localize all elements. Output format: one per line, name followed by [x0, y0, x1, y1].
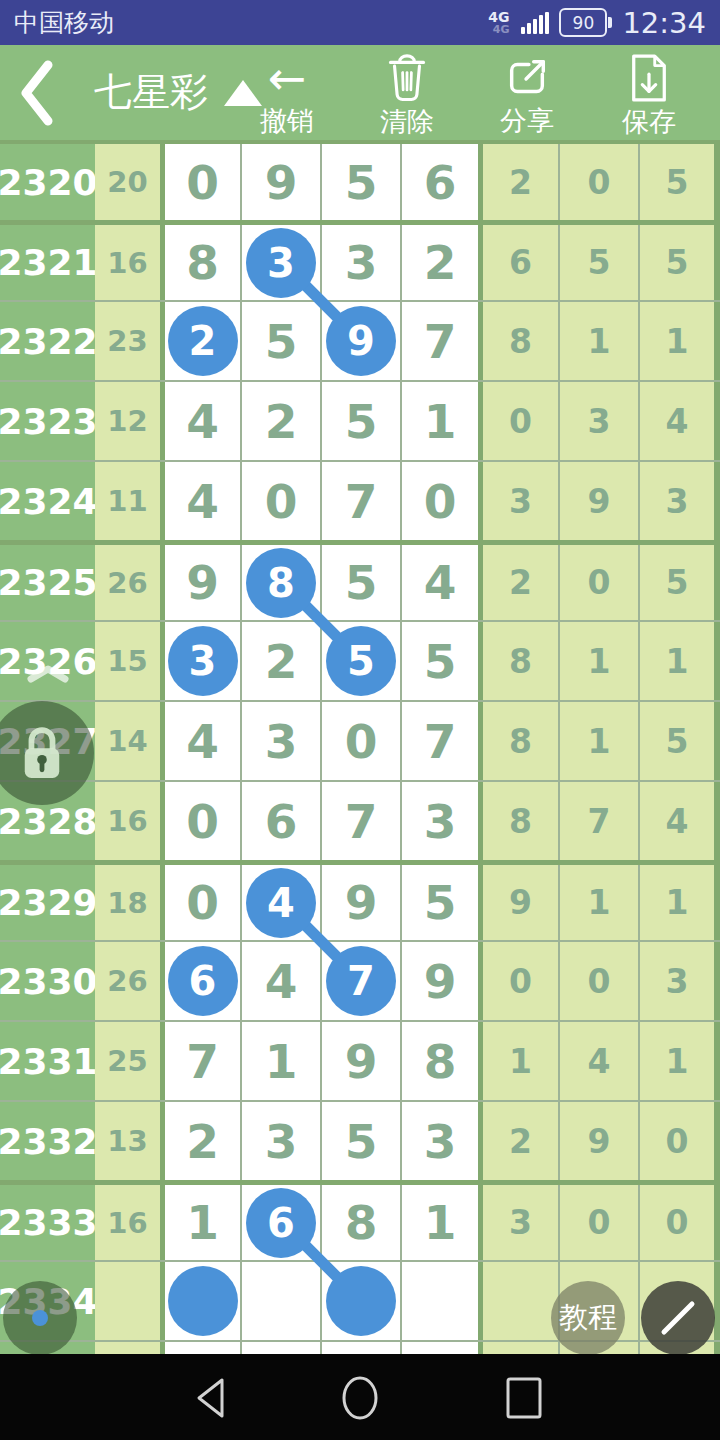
sum-cell: 14: [95, 702, 160, 780]
digit-cell[interactable]: 3: [320, 225, 400, 300]
digit-cell[interactable]: 0: [160, 782, 240, 860]
digit-cell[interactable]: 9: [400, 942, 478, 1020]
digit-cell[interactable]: 5: [320, 1102, 400, 1180]
share-button[interactable]: 分享: [477, 53, 577, 139]
digit-cell[interactable]: 4: [240, 942, 320, 1020]
save-button[interactable]: 保存: [599, 53, 699, 139]
period-cell: 2330: [0, 942, 95, 1020]
sum-cell: 23: [95, 302, 160, 380]
digit-cell[interactable]: 7: [320, 782, 400, 860]
chart-row-2332: 2332132353290: [0, 1100, 720, 1180]
sum-cell: 15: [95, 622, 160, 700]
network-type-label: 4G 4G: [488, 10, 509, 35]
chart-row-2322: 2322232597811: [0, 300, 720, 380]
tail-cell[interactable]: 1: [558, 622, 638, 700]
draw-tool-button[interactable]: [641, 1281, 715, 1355]
nav-recents-button[interactable]: [505, 1376, 543, 1420]
back-button[interactable]: [16, 59, 60, 127]
digit-cell[interactable]: 3: [240, 702, 320, 780]
tail-cell[interactable]: 5: [638, 225, 720, 300]
chart-row-2333: 2333161681300: [0, 1180, 720, 1260]
digit-cell[interactable]: 6: [240, 1185, 320, 1260]
sum-cell: 18: [95, 865, 160, 940]
digit-cell[interactable]: 7: [160, 1022, 240, 1100]
digit-cell[interactable]: 8: [320, 1185, 400, 1260]
tail-cell[interactable]: 0: [478, 382, 558, 460]
undo-icon: ←: [268, 53, 307, 102]
marker-circle[interactable]: 8: [246, 548, 316, 618]
marker-circle[interactable]: 6: [246, 1188, 316, 1258]
digit-cell[interactable]: 2: [240, 382, 320, 460]
tail-cell[interactable]: 3: [478, 1185, 558, 1260]
digit-cell[interactable]: 9: [160, 545, 240, 620]
digit-cell[interactable]: 6: [400, 144, 478, 220]
page-title: 七星彩: [94, 67, 208, 118]
table-rows: 2320200956205232116833265523222325978112…: [0, 140, 720, 1354]
period-cell: 2322: [0, 302, 95, 380]
digit-cell[interactable]: 4: [160, 382, 240, 460]
digit-cell[interactable]: 5: [240, 302, 320, 380]
digit-cell[interactable]: 7: [400, 302, 478, 380]
tail-cell[interactable]: 0: [638, 1185, 720, 1260]
tail-cell[interactable]: 9: [558, 462, 638, 540]
digit-cell[interactable]: 7: [400, 702, 478, 780]
period-cell: 2323: [0, 382, 95, 460]
trend-chart-table: 2320200956205232116833265523222325978112…: [0, 140, 720, 1354]
tail-cell[interactable]: 9: [478, 865, 558, 940]
digit-cell[interactable]: 3: [240, 1102, 320, 1180]
digit-cell[interactable]: [320, 1262, 400, 1340]
digit-cell[interactable]: [400, 1342, 478, 1354]
sum-cell: 16: [95, 1185, 160, 1260]
tail-cell[interactable]: 3: [638, 942, 720, 1020]
tail-cell[interactable]: 1: [638, 622, 720, 700]
tail-cell[interactable]: 2: [478, 144, 558, 220]
chart-row-2325: 2325269854205: [0, 540, 720, 620]
period-cell: 2320: [0, 144, 95, 220]
android-nav-bar: [0, 1354, 720, 1440]
share-icon: [504, 53, 550, 102]
chart-row-2328: 2328160673874: [0, 780, 720, 860]
digit-cell[interactable]: 5: [320, 144, 400, 220]
sum-cell: 13: [95, 1102, 160, 1180]
digit-cell[interactable]: 8: [160, 225, 240, 300]
chart-row-2329: 2329180495911: [0, 860, 720, 940]
clear-button[interactable]: 清除: [357, 53, 457, 139]
digit-cell[interactable]: 9: [320, 865, 400, 940]
digit-cell[interactable]: 9: [320, 302, 400, 380]
marker-circle[interactable]: 2: [168, 306, 238, 376]
chart-row-2323: 2323124251034: [0, 380, 720, 460]
period-cell: 2332: [0, 1102, 95, 1180]
chart-row-2331: 2331257198141: [0, 1020, 720, 1100]
digit-cell[interactable]: [160, 1342, 240, 1354]
digit-cell[interactable]: 0: [400, 462, 478, 540]
chart-row-2330: 2330266479003: [0, 940, 720, 1020]
digit-cell[interactable]: 9: [240, 144, 320, 220]
digit-cell[interactable]: 1: [160, 1185, 240, 1260]
tail-cell[interactable]: 1: [558, 702, 638, 780]
nav-home-button[interactable]: [341, 1376, 379, 1420]
digit-cell[interactable]: 4: [160, 702, 240, 780]
marker-circle[interactable]: 9: [326, 306, 396, 376]
digit-cell[interactable]: 1: [240, 1022, 320, 1100]
tail-cell[interactable]: 5: [638, 702, 720, 780]
digit-cell[interactable]: 0: [320, 702, 400, 780]
sum-cell: 12: [95, 382, 160, 460]
digit-cell[interactable]: [240, 1262, 320, 1340]
period-cell: 2329: [0, 865, 95, 940]
toolbar: 七星彩 ← 撤销 清除: [0, 45, 720, 140]
sum-cell: 16: [95, 782, 160, 860]
status-bar: 中国移动 4G 4G 90 12:34: [0, 0, 720, 45]
chart-row-2320: 2320200956205: [0, 140, 720, 220]
period-cell: 2325: [0, 545, 95, 620]
tail-cell[interactable]: 8: [478, 622, 558, 700]
tail-cell[interactable]: 9: [558, 1102, 638, 1180]
sum-cell: [95, 1262, 160, 1340]
digit-cell[interactable]: 8: [240, 545, 320, 620]
digit-cell[interactable]: 3: [400, 1102, 478, 1180]
period-cell: 2333: [0, 1185, 95, 1260]
digit-cell[interactable]: 4: [240, 865, 320, 940]
digit-cell[interactable]: 0: [160, 144, 240, 220]
digit-cell[interactable]: 3: [400, 782, 478, 860]
collapse-chevron-icon[interactable]: [26, 664, 70, 684]
marker-circle[interactable]: 4: [246, 868, 316, 938]
marker-circle[interactable]: [326, 1266, 396, 1336]
sum-cell: 26: [95, 545, 160, 620]
tail-cell[interactable]: 5: [638, 144, 720, 220]
tail-cell[interactable]: 1: [638, 302, 720, 380]
digit-cell[interactable]: 2: [160, 302, 240, 380]
digit-cell[interactable]: 4: [400, 545, 478, 620]
back-chevron-icon: [16, 59, 60, 127]
tail-cell[interactable]: 1: [478, 1022, 558, 1100]
period-cell: 2331: [0, 1022, 95, 1100]
app-screen: 中国移动 4G 4G 90 12:34 七星彩: [0, 0, 720, 1440]
digit-cell[interactable]: 6: [160, 942, 240, 1020]
tail-cell[interactable]: 3: [638, 462, 720, 540]
digit-cell[interactable]: 1: [400, 1185, 478, 1260]
marker-circle[interactable]: 6: [168, 946, 238, 1016]
digit-cell[interactable]: [320, 1342, 400, 1354]
tail-cell[interactable]: 0: [558, 942, 638, 1020]
sum-cell: 25: [95, 1022, 160, 1100]
tail-cell[interactable]: [478, 1262, 558, 1340]
chart-row-2321: 2321168332655: [0, 220, 720, 300]
lock-icon: [19, 723, 65, 783]
tail-cell[interactable]: 0: [478, 942, 558, 1020]
marker-circle[interactable]: 3: [246, 228, 316, 298]
digit-cell[interactable]: [400, 1262, 478, 1340]
marker-circle[interactable]: 3: [168, 626, 238, 696]
digit-cell[interactable]: 7: [320, 942, 400, 1020]
tail-cell[interactable]: 0: [558, 144, 638, 220]
pen-stroke-icon: [654, 1294, 702, 1342]
digit-cell[interactable]: 2: [400, 225, 478, 300]
digit-cell[interactable]: 2: [240, 622, 320, 700]
tail-cell[interactable]: 3: [558, 382, 638, 460]
digit-cell[interactable]: 9: [320, 1022, 400, 1100]
digit-cell[interactable]: 2: [160, 1102, 240, 1180]
carrier-label: 中国移动: [14, 6, 114, 39]
digit-cell[interactable]: 6: [240, 782, 320, 860]
tail-cell[interactable]: 4: [638, 782, 720, 860]
digit-cell[interactable]: [160, 1262, 240, 1340]
tail-cell[interactable]: 3: [478, 462, 558, 540]
digit-cell[interactable]: 5: [400, 865, 478, 940]
digit-cell[interactable]: 3: [160, 622, 240, 700]
nav-back-button[interactable]: [194, 1376, 230, 1420]
digit-cell[interactable]: 7: [320, 462, 400, 540]
tail-cell[interactable]: 0: [638, 1102, 720, 1180]
tail-cell[interactable]: 7: [558, 782, 638, 860]
battery-icon: 90: [559, 8, 612, 37]
tail-cell[interactable]: 1: [558, 302, 638, 380]
undo-button[interactable]: ← 撤销: [237, 53, 337, 139]
sum-cell: 16: [95, 225, 160, 300]
tail-cell[interactable]: 0: [558, 545, 638, 620]
status-right-cluster: 4G 4G 90 12:34: [488, 6, 706, 40]
tail-cell[interactable]: 4: [638, 382, 720, 460]
sum-cell: 11: [95, 462, 160, 540]
signal-strength-icon: [521, 12, 549, 34]
clock: 12:34: [622, 6, 706, 40]
marker-circle[interactable]: 7: [326, 946, 396, 1016]
tail-cell[interactable]: 1: [638, 1022, 720, 1100]
period-cell: 2321: [0, 225, 95, 300]
digit-cell[interactable]: 5: [320, 622, 400, 700]
digit-cell[interactable]: 3: [240, 225, 320, 300]
digit-cell[interactable]: 5: [320, 382, 400, 460]
period-cell: 2326: [0, 622, 95, 700]
sum-cell: 26: [95, 942, 160, 1020]
tail-cell[interactable]: 6: [478, 225, 558, 300]
position-dot: [32, 1310, 48, 1326]
chart-row-2326: 2326153255811: [0, 620, 720, 700]
digit-cell[interactable]: 0: [240, 462, 320, 540]
marker-circle[interactable]: [168, 1266, 238, 1336]
tutorial-button[interactable]: 教程: [551, 1281, 625, 1355]
digit-cell[interactable]: 5: [320, 545, 400, 620]
chart-row-2327: 2327144307815: [0, 700, 720, 780]
save-file-icon: [628, 53, 670, 103]
tail-cell[interactable]: [478, 1342, 558, 1354]
tail-cell[interactable]: 8: [478, 302, 558, 380]
tail-cell[interactable]: 5: [638, 545, 720, 620]
marker-circle[interactable]: 5: [326, 626, 396, 696]
page-position-indicator[interactable]: [3, 1281, 77, 1355]
tail-cell[interactable]: 1: [558, 865, 638, 940]
sum-cell: [95, 1342, 160, 1354]
tail-cell[interactable]: 8: [478, 702, 558, 780]
period-cell: 2324: [0, 462, 95, 540]
trash-icon: [385, 53, 429, 103]
chart-row-2324: 2324114070393: [0, 460, 720, 540]
tail-cell[interactable]: 0: [558, 1185, 638, 1260]
tail-cell[interactable]: 2: [478, 545, 558, 620]
digit-cell[interactable]: 8: [400, 1022, 478, 1100]
digit-cell[interactable]: [240, 1342, 320, 1354]
tail-cell[interactable]: 4: [558, 1022, 638, 1100]
tail-cell[interactable]: 5: [558, 225, 638, 300]
sum-cell: 20: [95, 144, 160, 220]
tail-cell[interactable]: 2: [478, 1102, 558, 1180]
tail-cell[interactable]: 8: [478, 782, 558, 860]
digit-cell[interactable]: 0: [160, 865, 240, 940]
digit-cell[interactable]: 1: [400, 382, 478, 460]
digit-cell[interactable]: 5: [400, 622, 478, 700]
digit-cell[interactable]: 4: [160, 462, 240, 540]
tail-cell[interactable]: 1: [638, 865, 720, 940]
battery-percent: 90: [559, 8, 607, 37]
